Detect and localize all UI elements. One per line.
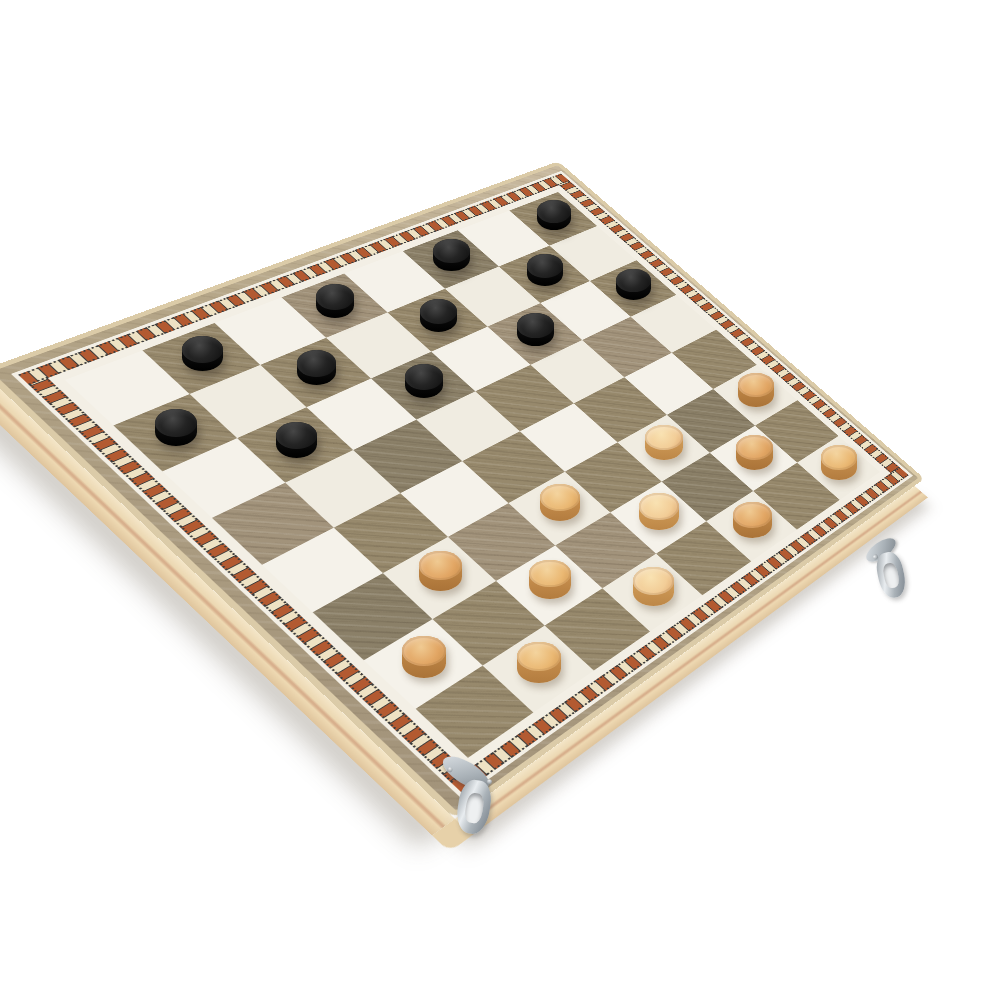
piece-black-1-7[interactable] [155,409,197,446]
piece-black-2-2[interactable] [517,313,554,345]
piece-top [529,560,571,588]
piece-top [537,200,571,223]
piece-wood-5-6[interactable] [419,551,462,591]
piece-top [540,484,580,511]
piece-wood-6-1[interactable] [736,435,773,470]
piece-black-0-6[interactable] [182,336,222,372]
piece-wood-6-3[interactable] [639,493,678,530]
pieces-layer [0,0,1001,1001]
piece-top [182,336,222,363]
piece-wood-7-0[interactable] [821,445,858,479]
piece-top [419,551,462,579]
piece-wood-7-6[interactable] [517,642,560,683]
piece-top [276,422,317,450]
piece-top [736,435,773,460]
metal-clasp-front [436,756,512,848]
piece-black-2-0[interactable] [616,269,651,300]
piece-black-0-2[interactable] [433,239,469,271]
piece-top [297,350,337,377]
piece-top [405,364,444,390]
piece-black-0-4[interactable] [316,284,354,318]
piece-black-2-4[interactable] [405,364,444,398]
piece-wood-7-2[interactable] [733,502,772,538]
piece-top [433,239,469,263]
clasp-hole [464,792,485,824]
metal-clasp-right [862,538,920,618]
piece-top [738,373,774,397]
piece-top [517,313,554,338]
piece-top [517,642,560,671]
piece-top [402,636,446,666]
piece-black-1-5[interactable] [297,350,337,385]
piece-black-2-6[interactable] [276,422,317,458]
clasp-loop-icon [874,550,909,600]
piece-wood-5-2[interactable] [645,425,683,461]
piece-top [316,284,354,310]
piece-top [821,445,858,469]
piece-top [633,567,674,594]
piece-wood-7-4[interactable] [633,567,674,605]
piece-black-1-3[interactable] [420,299,458,332]
piece-wood-6-5[interactable] [529,560,571,599]
clasp-loop-icon [454,778,494,836]
product-photo [0,0,1001,1001]
piece-top [733,502,772,528]
clasp-hole [882,562,901,589]
piece-top [527,254,563,278]
piece-wood-6-7[interactable] [402,636,446,678]
screw-icon [446,766,453,773]
piece-black-1-1[interactable] [527,254,563,285]
piece-top [639,493,678,519]
piece-wood-5-4[interactable] [540,484,580,522]
piece-black-0-0[interactable] [537,200,571,230]
piece-wood-5-0[interactable] [738,373,774,407]
